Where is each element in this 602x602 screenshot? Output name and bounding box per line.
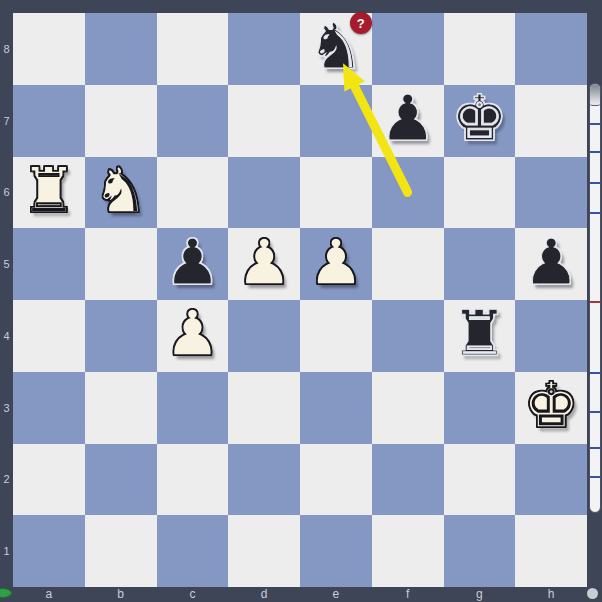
square-f5[interactable] [372,228,444,300]
square-f3[interactable] [372,372,444,444]
square-c7[interactable] [157,85,229,157]
rank-label-1: 1 [0,515,13,587]
square-g7[interactable]: ♚ [444,85,516,157]
scrollbar-tick-blue [590,212,600,214]
chess-app-window: ♞♟♚♜♞♟♟♟♟♟♜♚ 87654321 abcdefgh ? [0,0,602,602]
file-label-c: c [157,587,229,601]
square-a2[interactable] [13,444,85,516]
piece-white-king[interactable]: ♚ [523,374,579,437]
scrollbar-tick-blue [590,372,600,374]
square-d5[interactable]: ♟ [228,228,300,300]
square-h7[interactable] [515,85,587,157]
square-a1[interactable] [13,515,85,587]
scrollbar-tick-red [590,301,600,303]
square-b2[interactable] [85,444,157,516]
square-e3[interactable] [300,372,372,444]
square-d8[interactable] [228,13,300,85]
square-g4[interactable]: ♜ [444,300,516,372]
square-f6[interactable] [372,157,444,229]
scrollbar-tick-blue [590,476,600,478]
square-a4[interactable] [13,300,85,372]
square-e6[interactable] [300,157,372,229]
scrollbar-tick-blue [590,151,600,153]
chess-board: ♞♟♚♜♞♟♟♟♟♟♜♚ [13,13,587,587]
file-label-d: d [228,587,300,601]
scrollbar-tick-blue [590,447,600,449]
square-d2[interactable] [228,444,300,516]
square-f2[interactable] [372,444,444,516]
file-coordinates: abcdefgh [13,586,587,602]
square-f1[interactable] [372,515,444,587]
square-d7[interactable] [228,85,300,157]
corner-dot [587,588,598,599]
piece-white-pawn[interactable]: ♟ [308,231,364,294]
square-h4[interactable] [515,300,587,372]
square-a7[interactable] [13,85,85,157]
scrollbar-tick-blue [590,182,600,184]
square-g6[interactable] [444,157,516,229]
square-b8[interactable] [85,13,157,85]
piece-white-pawn[interactable]: ♟ [236,231,292,294]
square-h5[interactable]: ♟ [515,228,587,300]
square-b6[interactable]: ♞ [85,157,157,229]
rank-label-3: 3 [0,372,13,444]
square-h1[interactable] [515,515,587,587]
square-e4[interactable] [300,300,372,372]
square-c1[interactable] [157,515,229,587]
rank-label-5: 5 [0,228,13,300]
square-d3[interactable] [228,372,300,444]
square-c2[interactable] [157,444,229,516]
file-label-g: g [444,587,516,601]
square-e2[interactable] [300,444,372,516]
square-a8[interactable] [13,13,85,85]
file-label-e: e [300,587,372,601]
file-label-b: b [85,587,157,601]
square-f4[interactable] [372,300,444,372]
file-label-h: h [515,587,587,601]
file-label-f: f [372,587,444,601]
square-h2[interactable] [515,444,587,516]
square-g8[interactable] [444,13,516,85]
square-g1[interactable] [444,515,516,587]
square-d4[interactable] [228,300,300,372]
square-a3[interactable] [13,372,85,444]
mistake-badge-label: ? [357,16,365,31]
piece-black-king[interactable]: ♚ [451,87,507,150]
piece-white-rook[interactable]: ♜ [21,159,77,222]
square-e1[interactable] [300,515,372,587]
square-f8[interactable] [372,13,444,85]
square-b1[interactable] [85,515,157,587]
square-b5[interactable] [85,228,157,300]
move-list-scrollbar[interactable] [589,83,601,513]
piece-black-pawn[interactable]: ♟ [164,231,220,294]
square-a6[interactable]: ♜ [13,157,85,229]
square-e5[interactable]: ♟ [300,228,372,300]
scrollbar-thumb[interactable] [590,84,600,106]
status-indicator-dot [0,588,12,598]
square-h8[interactable] [515,13,587,85]
rank-label-8: 8 [0,13,13,85]
square-b7[interactable] [85,85,157,157]
square-d6[interactable] [228,157,300,229]
piece-black-pawn[interactable]: ♟ [523,231,579,294]
square-c5[interactable]: ♟ [157,228,229,300]
rank-label-4: 4 [0,300,13,372]
square-h6[interactable] [515,157,587,229]
square-a5[interactable] [13,228,85,300]
scrollbar-tick-blue [590,411,600,413]
piece-white-knight[interactable]: ♞ [92,159,148,222]
square-g5[interactable] [444,228,516,300]
scrollbar-tick-blue [590,123,600,125]
piece-white-pawn[interactable]: ♟ [164,302,220,365]
rank-label-7: 7 [0,85,13,157]
square-c8[interactable] [157,13,229,85]
square-c3[interactable] [157,372,229,444]
square-g3[interactable] [444,372,516,444]
file-label-a: a [13,587,85,601]
piece-black-rook[interactable]: ♜ [451,302,507,365]
mistake-badge: ? [350,12,372,34]
square-c4[interactable]: ♟ [157,300,229,372]
square-c6[interactable] [157,157,229,229]
rank-coordinates: 87654321 [0,13,13,587]
square-b4[interactable] [85,300,157,372]
square-b3[interactable] [85,372,157,444]
square-e7[interactable] [300,85,372,157]
rank-label-6: 6 [0,157,13,229]
square-h3[interactable]: ♚ [515,372,587,444]
piece-black-pawn[interactable]: ♟ [379,87,435,150]
square-g2[interactable] [444,444,516,516]
square-f7[interactable]: ♟ [372,85,444,157]
square-d1[interactable] [228,515,300,587]
rank-label-2: 2 [0,444,13,516]
